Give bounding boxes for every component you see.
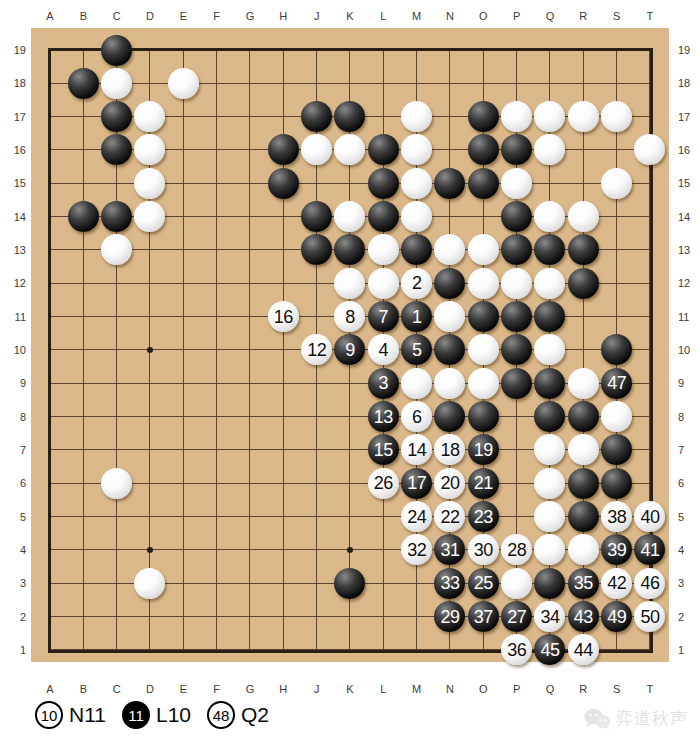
move-number: 19 [474,441,493,459]
row-label-left-1: 1 [4,644,26,656]
row-label-left-6: 6 [4,477,26,489]
row-label-right-9: 9 [678,377,700,389]
stone-C6 [101,468,132,499]
stone-B14 [68,201,99,232]
move-number: 29 [440,608,459,626]
row-label-left-12: 12 [4,277,26,289]
col-label-top-E: E [173,10,193,22]
stone-Q1: 45 [534,634,565,665]
row-label-left-14: 14 [4,211,26,223]
wechat-bubbles-icon [584,708,611,730]
stone-R3: 35 [568,568,599,599]
stone-T5: 40 [634,501,665,532]
move-number: 15 [374,441,393,459]
move-number: 45 [540,641,559,659]
row-label-right-17: 17 [678,111,700,123]
row-label-left-4: 4 [4,544,26,556]
col-label-bottom-K: K [340,683,360,695]
row-label-right-13: 13 [678,244,700,256]
col-label-bottom-A: A [40,683,60,695]
stone-R5 [568,501,599,532]
row-label-right-3: 3 [678,577,700,589]
move-number: 25 [474,574,493,592]
stone-O3: 25 [468,568,499,599]
move-number: 30 [474,541,493,559]
col-label-bottom-L: L [373,683,393,695]
move-number: 3 [379,374,389,392]
move-number: 39 [607,541,626,559]
stone-R12 [568,268,599,299]
caption-move-circle-48: 48 [207,701,235,729]
row-label-left-11: 11 [4,311,26,323]
row-label-left-13: 13 [4,244,26,256]
move-number: 49 [607,608,626,626]
col-label-top-Q: Q [540,10,560,22]
stone-R17 [568,101,599,132]
move-number: 23 [474,508,493,526]
hoshi-D4 [147,547,153,553]
watermark-text: 弈道秋声 [616,707,688,730]
col-label-top-M: M [407,10,427,22]
hoshi-K4 [347,547,353,553]
stone-M9 [401,368,432,399]
row-label-left-16: 16 [4,144,26,156]
stone-P12 [501,268,532,299]
col-label-top-D: D [140,10,160,22]
move-number: 9 [345,341,355,359]
caption-point-L10: L10 [156,703,191,727]
stone-L6: 26 [368,468,399,499]
move-number: 50 [640,608,659,626]
row-label-right-4: 4 [678,544,700,556]
row-label-left-5: 5 [4,511,26,523]
move-number: 16 [274,308,293,326]
col-label-bottom-Q: Q [540,683,560,695]
col-label-top-T: T [640,10,660,22]
stone-B18 [68,68,99,99]
move-number: 4 [379,341,389,359]
row-label-left-8: 8 [4,411,26,423]
row-label-left-3: 3 [4,577,26,589]
stone-S9: 47 [601,368,632,399]
move-number: 33 [440,574,459,592]
stone-O11 [468,301,499,332]
row-label-left-2: 2 [4,611,26,623]
row-label-right-8: 8 [678,411,700,423]
stone-M6: 17 [401,468,432,499]
row-label-left-17: 17 [4,111,26,123]
caption-point-Q2: Q2 [241,703,269,727]
row-label-left-10: 10 [4,344,26,356]
col-label-bottom-N: N [440,683,460,695]
stone-R8 [568,401,599,432]
move-number: 26 [374,474,393,492]
row-label-right-12: 12 [678,277,700,289]
stone-S15 [601,168,632,199]
move-number: 36 [507,641,526,659]
stone-L11: 7 [368,301,399,332]
move-number: 37 [474,608,493,626]
stone-O17 [468,101,499,132]
stone-O15 [468,168,499,199]
col-label-top-P: P [507,10,527,22]
row-label-left-7: 7 [4,444,26,456]
col-label-top-A: A [40,10,60,22]
col-label-top-H: H [273,10,293,22]
move-number: 24 [407,508,426,526]
col-label-bottom-D: D [140,683,160,695]
stone-L15 [368,168,399,199]
stone-O2: 37 [468,601,499,632]
stone-L8: 13 [368,401,399,432]
move-number: 43 [574,608,593,626]
row-label-right-19: 19 [678,44,700,56]
col-label-bottom-J: J [307,683,327,695]
col-label-bottom-B: B [73,683,93,695]
move-number: 6 [412,408,422,426]
col-label-bottom-P: P [507,683,527,695]
col-label-bottom-S: S [607,683,627,695]
move-number: 42 [607,574,626,592]
stone-H15 [268,168,299,199]
row-label-left-9: 9 [4,377,26,389]
move-number: 47 [607,374,626,392]
col-label-bottom-E: E [173,683,193,695]
move-number: 2 [412,274,422,292]
caption-move-circle-10: 10 [35,701,63,729]
col-label-top-K: K [340,10,360,22]
col-label-top-L: L [373,10,393,22]
stone-L14 [368,201,399,232]
stone-P1: 36 [501,634,532,665]
stone-P3 [501,568,532,599]
stone-T2: 50 [634,601,665,632]
row-label-right-6: 6 [678,477,700,489]
col-label-top-G: G [240,10,260,22]
stone-C19 [101,35,132,66]
goban: 2168711294534713615141819261720212422233… [31,28,669,662]
move-number: 22 [440,508,459,526]
caption-move-circle-11: 11 [122,701,150,729]
move-number: 20 [440,474,459,492]
stone-E18 [168,68,199,99]
move-number: 46 [640,574,659,592]
stone-O5: 23 [468,501,499,532]
stone-P15 [501,168,532,199]
row-label-right-7: 7 [678,444,700,456]
row-label-right-16: 16 [678,144,700,156]
watermark: 弈道秋声 [584,707,688,730]
col-label-top-C: C [107,10,127,22]
stone-S6 [601,468,632,499]
stone-T3: 46 [634,568,665,599]
stone-R9 [568,368,599,399]
stone-S3: 42 [601,568,632,599]
col-label-bottom-C: C [107,683,127,695]
move-number: 27 [507,608,526,626]
stone-L12 [368,268,399,299]
row-label-right-10: 10 [678,344,700,356]
col-label-bottom-G: G [240,683,260,695]
move-number: 35 [574,574,593,592]
stone-R14 [568,201,599,232]
stone-T4: 41 [634,534,665,565]
stone-L9: 3 [368,368,399,399]
stone-R6 [568,468,599,499]
row-label-right-11: 11 [678,311,700,323]
col-label-top-S: S [607,10,627,22]
row-label-left-19: 19 [4,44,26,56]
row-label-right-5: 5 [678,511,700,523]
stone-O12 [468,268,499,299]
stone-P9 [501,368,532,399]
stone-R2: 43 [568,601,599,632]
row-label-left-15: 15 [4,177,26,189]
move-number: 41 [640,541,659,559]
stone-T16 [634,134,665,165]
stone-O9 [468,368,499,399]
move-number: 12 [307,341,326,359]
move-number: 14 [407,441,426,459]
stone-R1: 44 [568,634,599,665]
move-number: 13 [374,408,393,426]
move-number: 18 [440,441,459,459]
caption-point-N11: N11 [69,703,106,727]
row-label-right-2: 2 [678,611,700,623]
move-number: 38 [607,508,626,526]
col-label-bottom-O: O [473,683,493,695]
col-label-top-F: F [207,10,227,22]
move-number: 21 [474,474,493,492]
move-number: 31 [440,541,459,559]
col-label-top-O: O [473,10,493,22]
stone-H11: 16 [268,301,299,332]
move-number: 32 [407,541,426,559]
col-label-bottom-F: F [207,683,227,695]
move-number: 5 [412,341,422,359]
move-number: 8 [345,308,355,326]
stone-O6: 21 [468,468,499,499]
row-label-right-18: 18 [678,77,700,89]
move-caption: 10N1111L1048Q2 [35,701,285,729]
col-label-top-N: N [440,10,460,22]
col-label-top-B: B [73,10,93,22]
move-number: 7 [379,308,389,326]
hoshi-D10 [147,347,153,353]
row-label-right-14: 14 [678,211,700,223]
move-number: 1 [412,308,422,326]
stone-M12: 2 [401,268,432,299]
move-number: 44 [574,641,593,659]
go-diagram: AABBCCDDEEFFGGHHJJKKLLMMNNOOPPQQRRSSTT19… [0,0,700,749]
row-label-left-18: 18 [4,77,26,89]
move-number: 28 [507,541,526,559]
row-label-right-1: 1 [678,644,700,656]
stone-O8 [468,401,499,432]
stone-C18 [101,68,132,99]
col-label-bottom-M: M [407,683,427,695]
move-number: 40 [640,508,659,526]
col-label-bottom-H: H [273,683,293,695]
col-label-bottom-R: R [573,683,593,695]
col-label-top-R: R [573,10,593,22]
stone-M15 [401,168,432,199]
row-label-right-15: 15 [678,177,700,189]
col-label-top-J: J [307,10,327,22]
col-label-bottom-T: T [640,683,660,695]
move-number: 17 [407,474,426,492]
move-number: 34 [540,608,559,626]
